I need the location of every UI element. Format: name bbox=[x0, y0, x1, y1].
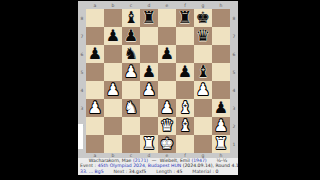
rank-label: 3 bbox=[78, 99, 86, 117]
board-square: ♟ bbox=[122, 27, 140, 45]
board-square: ♟ bbox=[212, 99, 230, 117]
board-square: ♝ bbox=[176, 99, 194, 117]
white-queen: ♛ bbox=[158, 117, 176, 135]
rank-label: 7 bbox=[230, 27, 238, 45]
board-square: ♟ bbox=[104, 81, 122, 99]
white-player-name: Wacharakorn, Mae bbox=[89, 158, 132, 163]
black-bishop: ♝ bbox=[122, 9, 140, 27]
board-square: ♚ bbox=[194, 9, 212, 27]
board-square bbox=[194, 117, 212, 135]
board-square: ♟ bbox=[140, 81, 158, 99]
board-square bbox=[140, 27, 158, 45]
white-pawn: ♟ bbox=[122, 63, 140, 81]
black-pawn: ♟ bbox=[104, 27, 122, 45]
board-square bbox=[212, 27, 230, 45]
material-value: 0 bbox=[215, 169, 218, 174]
event-label: Event : bbox=[80, 163, 96, 168]
white-pawn: ♟ bbox=[194, 81, 212, 99]
board-square bbox=[122, 135, 140, 153]
next-label: Next : bbox=[114, 169, 128, 174]
white-pawn: ♟ bbox=[158, 99, 176, 117]
board-square: ♜ bbox=[140, 9, 158, 27]
black-rook: ♜ bbox=[176, 9, 194, 27]
board-square bbox=[158, 81, 176, 99]
board-square: ♛ bbox=[194, 27, 212, 45]
white-player-elo[interactable]: (2171) bbox=[133, 158, 148, 163]
board-square bbox=[104, 45, 122, 63]
board-square bbox=[212, 45, 230, 63]
board-square bbox=[122, 117, 140, 135]
scrollbar-artifact bbox=[78, 124, 83, 149]
black-player-name: Wiebelt, Emil bbox=[160, 158, 190, 163]
file-label: b bbox=[104, 3, 122, 8]
rank-label: 6 bbox=[230, 45, 238, 63]
board-square bbox=[86, 135, 104, 153]
board-square bbox=[140, 45, 158, 63]
black-pawn: ♟ bbox=[86, 45, 104, 63]
rank-label: 8 bbox=[78, 9, 86, 27]
board-square bbox=[122, 81, 140, 99]
content-panel: abcdefgh abcdefgh 87654321 87654321 ♝♜♜♚… bbox=[78, 0, 238, 174]
board-square bbox=[176, 27, 194, 45]
board-square: ♞ bbox=[122, 45, 140, 63]
board-square bbox=[194, 99, 212, 117]
length-label: Length : bbox=[156, 169, 175, 174]
black-queen: ♛ bbox=[194, 27, 212, 45]
board-square: ♟ bbox=[212, 117, 230, 135]
black-pawn: ♟ bbox=[176, 63, 194, 81]
players-separator: — bbox=[152, 158, 157, 163]
rank-label: 8 bbox=[230, 9, 238, 27]
moves-line: 33. ... Bg5 Next : 34.gxf5 Length : 45 M… bbox=[78, 169, 238, 174]
board-square: ♟ bbox=[104, 27, 122, 45]
board-square bbox=[104, 9, 122, 27]
white-bishop: ♝ bbox=[176, 117, 194, 135]
board-square bbox=[176, 135, 194, 153]
black-pawn: ♟ bbox=[122, 27, 140, 45]
board-square: ♟ bbox=[86, 99, 104, 117]
info-panel: Wacharakorn, Mae (2171) — Wiebelt, Emil … bbox=[78, 158, 238, 175]
event-link[interactable]: 45th Olympiad 2024, Budapest HUN bbox=[98, 163, 182, 168]
board-square bbox=[194, 135, 212, 153]
board-square: ♟ bbox=[176, 63, 194, 81]
material-label: Material : bbox=[192, 169, 214, 174]
board-square bbox=[194, 45, 212, 63]
white-bishop: ♝ bbox=[176, 99, 194, 117]
rank-label: 4 bbox=[78, 81, 86, 99]
white-rook: ♜ bbox=[140, 135, 158, 153]
board-square: ♝ bbox=[176, 117, 194, 135]
length-value: 45 bbox=[176, 169, 182, 174]
board-square: ♟ bbox=[194, 81, 212, 99]
board-square: ♟ bbox=[158, 99, 176, 117]
board-square: ♝ bbox=[122, 9, 140, 27]
board-square bbox=[86, 117, 104, 135]
board-square bbox=[158, 9, 176, 27]
board-square bbox=[140, 99, 158, 117]
game-result: ½-½ bbox=[217, 158, 228, 163]
rank-label: 3 bbox=[230, 99, 238, 117]
board-square: ♟ bbox=[158, 45, 176, 63]
white-pawn: ♟ bbox=[212, 117, 230, 135]
black-pawn: ♟ bbox=[140, 63, 158, 81]
board-square: ♝ bbox=[194, 63, 212, 81]
board-square bbox=[158, 63, 176, 81]
board-square bbox=[104, 99, 122, 117]
move-played[interactable]: 33. ... Bg5 bbox=[80, 169, 104, 174]
black-pawn: ♟ bbox=[158, 45, 176, 63]
black-player-elo[interactable]: (1947) bbox=[191, 158, 206, 163]
rank-label: 2 bbox=[230, 117, 238, 135]
board-square: ♜ bbox=[212, 135, 230, 153]
black-rook: ♜ bbox=[140, 9, 158, 27]
rank-labels-right: 87654321 bbox=[230, 9, 238, 153]
next-move: 34.gxf5 bbox=[129, 169, 146, 174]
rank-label: 7 bbox=[78, 27, 86, 45]
board-square: ♞ bbox=[122, 99, 140, 117]
chess-board[interactable]: ♝♜♜♚♟♟♛♟♞♟♟♟♟♝♟♟♟♟♞♟♝♟♛♝♟♜♚♜ bbox=[86, 9, 230, 153]
rank-label: 5 bbox=[230, 63, 238, 81]
board-square: ♜ bbox=[140, 135, 158, 153]
board-square bbox=[158, 27, 176, 45]
white-pawn: ♟ bbox=[140, 81, 158, 99]
event-detail: (2024.09.14), Round 4.16 bbox=[183, 163, 238, 168]
rank-label: 4 bbox=[230, 81, 238, 99]
black-king: ♚ bbox=[194, 9, 212, 27]
board-square bbox=[86, 27, 104, 45]
black-pawn: ♟ bbox=[212, 99, 230, 117]
board-square: ♛ bbox=[158, 117, 176, 135]
board-square bbox=[176, 45, 194, 63]
board-square: ♟ bbox=[86, 45, 104, 63]
white-pawn: ♟ bbox=[86, 99, 104, 117]
board-square: ♜ bbox=[176, 9, 194, 27]
rank-label: 5 bbox=[78, 63, 86, 81]
black-knight: ♞ bbox=[122, 45, 140, 63]
board-square: ♚ bbox=[158, 135, 176, 153]
board-square bbox=[212, 9, 230, 27]
board-square bbox=[176, 81, 194, 99]
file-label: a bbox=[86, 3, 104, 8]
letterbox-right bbox=[238, 0, 320, 180]
white-rook: ♜ bbox=[212, 135, 230, 153]
white-king: ♚ bbox=[158, 135, 176, 153]
rank-label: 6 bbox=[78, 45, 86, 63]
board-square bbox=[86, 9, 104, 27]
white-pawn: ♟ bbox=[104, 81, 122, 99]
board-square bbox=[86, 63, 104, 81]
board-square bbox=[86, 81, 104, 99]
board-square bbox=[104, 135, 122, 153]
file-label: h bbox=[212, 3, 230, 8]
board-square: ♟ bbox=[122, 63, 140, 81]
black-bishop: ♝ bbox=[194, 63, 212, 81]
board-square bbox=[212, 63, 230, 81]
white-knight: ♞ bbox=[122, 99, 140, 117]
letterbox-left bbox=[0, 0, 78, 180]
board-square bbox=[212, 81, 230, 99]
file-label: e bbox=[158, 3, 176, 8]
board-square bbox=[104, 117, 122, 135]
rank-label: 1 bbox=[230, 135, 238, 153]
board-square: ♟ bbox=[140, 63, 158, 81]
board-square bbox=[140, 117, 158, 135]
board-square bbox=[104, 63, 122, 81]
